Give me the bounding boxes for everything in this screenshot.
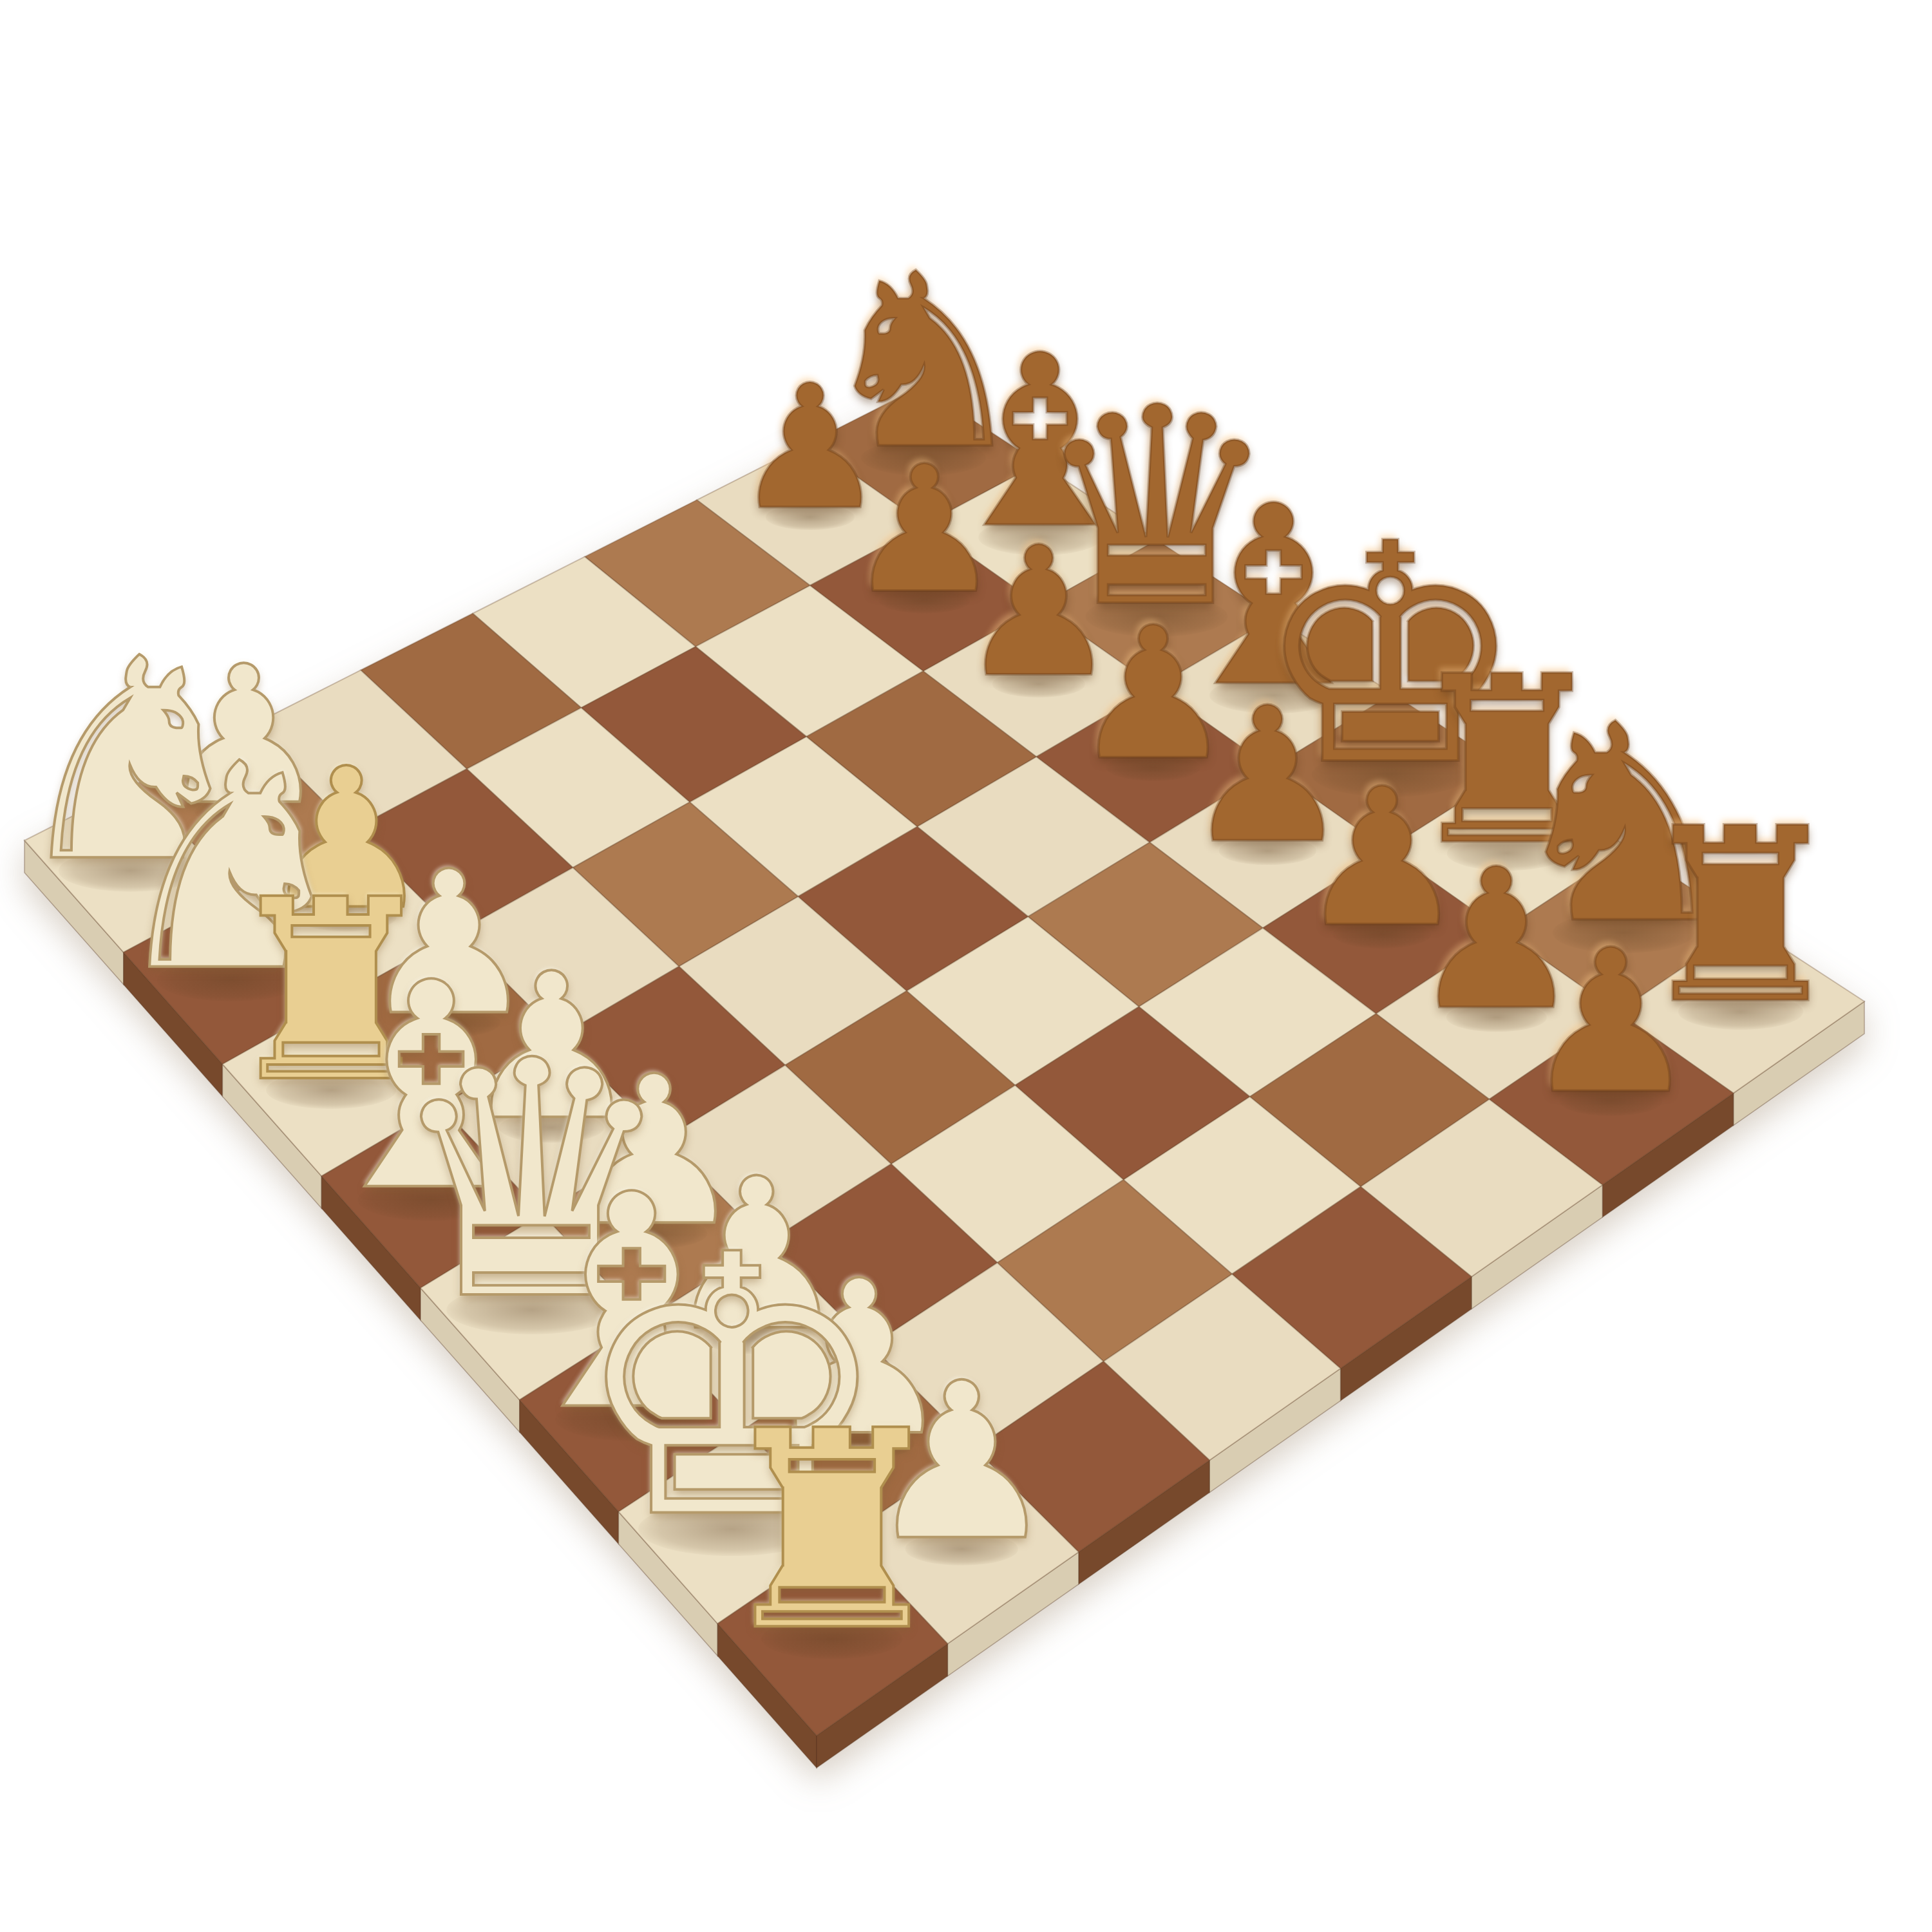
product-photo: ♞♟♝♟♛♟♝♟♚♟♜♟♟♞♞♟♟♜♞♟♟♜♟♝♟♛♟♝♟♚♟♜ (0, 0, 1932, 1932)
piece-white-rook-h1[interactable]: ♜ (710, 1394, 954, 1667)
piece-brown-pawn-h7[interactable]: ♟ (1522, 923, 1700, 1121)
